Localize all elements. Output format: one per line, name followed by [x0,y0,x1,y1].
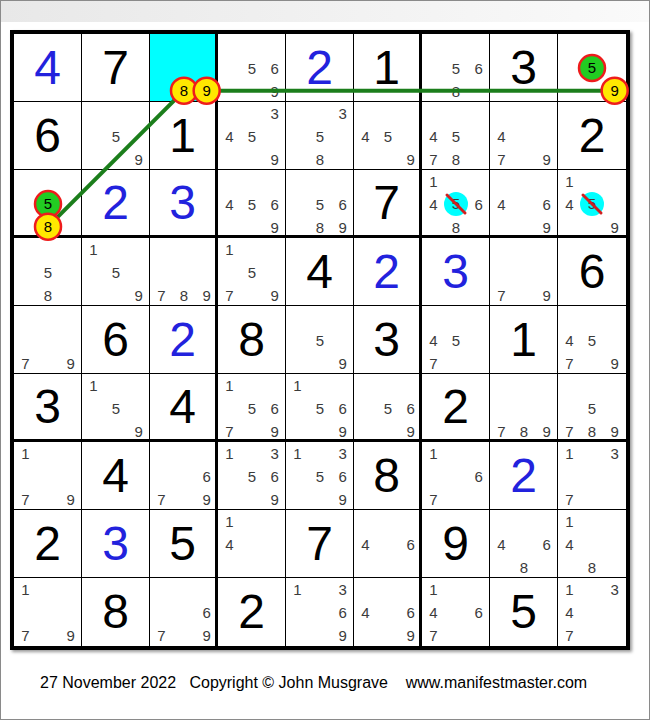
cell-r5c8[interactable]: 1 [490,306,558,374]
pencil-mark: 5 [44,265,52,280]
pencil-mark: 1 [21,446,29,461]
cell-r1c3[interactable]: 89 [150,34,218,102]
pencil-mark: 5 [248,469,256,484]
pencil-mark: 5 [384,401,392,416]
cell-r2c3[interactable]: 1 [150,102,218,170]
pencil-mark: 7 [565,355,573,370]
cell-r8c4[interactable]: 14 [218,510,286,578]
pencil-mark: 8 [520,559,528,574]
pencil-mark: 5 [452,61,460,76]
pencil-mark: 4 [429,197,437,212]
pencil-mark: 3 [338,446,346,461]
pencil-mark: 4 [361,129,369,144]
pencil-mark: 9 [542,287,550,302]
pencil-mark: 4 [225,537,233,552]
pencil-mark: 8 [316,151,324,166]
pencil-mark: 1 [293,378,301,393]
given-digit: 6 [558,238,626,305]
sudoku-page: { "game": "sudoku", "position": "4700210… [0,0,650,720]
pencil-mark: 1 [225,378,233,393]
cell-r8c7[interactable]: 9 [422,510,490,578]
cell-r1c5[interactable]: 2 [286,34,354,102]
pencil-mark: 5 [248,401,256,416]
pencil-mark: 6 [474,61,482,76]
pencil-mark: 8 [452,83,460,98]
pencil-mark: 6 [202,469,210,484]
pencil-mark: 7 [497,151,505,166]
pencil-mark: 5 [588,197,596,212]
pencil-mark: 7 [429,151,437,166]
solved-digit: 2 [490,442,557,509]
pencil-mark: 9 [542,151,550,166]
pencil-mark: 9 [542,219,550,234]
solved-digit: 3 [150,170,215,235]
pencil-mark: 7 [225,423,233,438]
cell-r4c8[interactable]: 79 [490,238,558,306]
cell-r7c2[interactable]: 4 [82,442,150,510]
cell-r9c4[interactable]: 2 [218,578,286,646]
pencil-mark: 5 [248,197,256,212]
cell-r1c7[interactable]: 568 [422,34,490,102]
pencil-mark: 3 [338,582,346,597]
pencil-mark: 6 [270,197,278,212]
pencil-mark: 9 [610,83,618,98]
cell-r4c2[interactable]: 159 [82,238,150,306]
pencil-mark: 9 [338,355,346,370]
pencil-mark: 4 [225,129,233,144]
pencil-mark: 9 [338,491,346,506]
pencil-mark: 1 [429,174,437,189]
pencil-mark: 9 [202,627,210,642]
pencil-mark: 9 [202,83,210,98]
pencil-mark: 1 [293,582,301,597]
pencil-mark: 6 [270,401,278,416]
pencil-mark: 6 [474,197,482,212]
pencil-mark: 1 [21,582,29,597]
given-digit: 2 [422,374,489,439]
pencil-mark: 5 [316,469,324,484]
pencil-mark: 4 [565,333,573,348]
given-digit: 8 [354,442,419,509]
pencil-mark: 1 [225,446,233,461]
pencil-mark: 9 [610,219,618,234]
cell-r1c9[interactable]: 59 [558,34,626,102]
solved-digit: 2 [286,34,353,101]
pencil-mark: 6 [406,605,414,620]
given-digit: 1 [490,306,557,373]
pencil-mark: 6 [542,197,550,212]
cell-r5c4[interactable]: 8 [218,306,286,374]
pencil-mark: 9 [270,423,278,438]
cell-r8c8[interactable]: 468 [490,510,558,578]
pencil-mark: 8 [588,423,596,438]
pencil-mark: 4 [497,537,505,552]
pencil-mark: 8 [520,423,528,438]
pencil-mark: 7 [21,627,29,642]
pencil-mark: 4 [565,605,573,620]
cell-r6c8[interactable]: 789 [490,374,558,442]
pencil-mark: 8 [44,219,52,234]
pencil-mark: 6 [406,401,414,416]
cell-r7c5[interactable]: 13569 [286,442,354,510]
cell-r7c1[interactable]: 179 [14,442,82,510]
cell-r4c4[interactable]: 1579 [218,238,286,306]
given-digit: 6 [82,306,149,373]
pencil-mark: 9 [270,83,278,98]
cell-r3c2[interactable]: 2 [82,170,150,238]
cell-r2c7[interactable]: 4578 [422,102,490,170]
cell-r3c7[interactable]: 14568 [422,170,490,238]
pencil-mark: 7 [225,287,233,302]
pencil-mark: 6 [338,469,346,484]
cell-r3c6[interactable]: 7 [354,170,422,238]
pencil-mark: 9 [202,491,210,506]
pencil-mark: 6 [474,605,482,620]
cell-r7c8[interactable]: 2 [490,442,558,510]
cell-r2c9[interactable]: 2 [558,102,626,170]
cell-r2c1[interactable]: 6 [14,102,82,170]
cell-r3c1[interactable]: 58 [14,170,82,238]
solved-digit: 2 [150,306,215,373]
pencil-mark: 7 [565,491,573,506]
cell-r7c6[interactable]: 8 [354,442,422,510]
pencil-mark: 9 [610,355,618,370]
solved-digit: 2 [82,170,149,235]
given-digit: 8 [218,306,285,373]
cell-r4c9[interactable]: 6 [558,238,626,306]
pencil-mark: 9 [270,491,278,506]
pencil-mark: 5 [452,333,460,348]
cell-r8c3[interactable]: 5 [150,510,218,578]
given-digit: 2 [558,102,626,169]
solved-digit: 4 [14,34,81,101]
pencil-mark: 3 [610,582,618,597]
pencil-mark: 8 [316,219,324,234]
cell-r6c9[interactable]: 5789 [558,374,626,442]
cell-r2c4[interactable]: 3459 [218,102,286,170]
pencil-mark: 9 [338,219,346,234]
pencil-mark: 5 [588,401,596,416]
given-digit: 4 [150,374,215,439]
cell-r7c4[interactable]: 13569 [218,442,286,510]
given-digit: 4 [82,442,149,509]
cell-r4c3[interactable]: 789 [150,238,218,306]
cell-r3c8[interactable]: 469 [490,170,558,238]
pencil-mark: 5 [248,61,256,76]
pencil-mark: 5 [112,401,120,416]
given-digit: 6 [14,102,81,169]
cell-r5c1[interactable]: 79 [14,306,82,374]
cell-r5c7[interactable]: 457 [422,306,490,374]
pencil-mark: 3 [610,446,618,461]
cell-r1c6[interactable]: 1 [354,34,422,102]
cell-r2c2[interactable]: 59 [82,102,150,170]
cell-r3c5[interactable]: 5689 [286,170,354,238]
pencil-mark: 4 [497,197,505,212]
cell-r1c2[interactable]: 7 [82,34,150,102]
pencil-mark: 5 [248,265,256,280]
cell-r5c5[interactable]: 59 [286,306,354,374]
cell-r6c5[interactable]: 1569 [286,374,354,442]
window-top-strip [1,1,649,22]
pencil-mark: 8 [180,287,188,302]
pencil-mark: 1 [565,446,573,461]
given-digit: 3 [354,306,419,373]
cell-r3c9[interactable]: 1459 [558,170,626,238]
cell-r6c2[interactable]: 159 [82,374,150,442]
pencil-mark: 6 [338,401,346,416]
pencil-mark: 5 [112,265,120,280]
pencil-mark: 9 [66,627,74,642]
cell-r8c1[interactable]: 2 [14,510,82,578]
pencil-mark: 4 [497,129,505,144]
pencil-mark: 4 [429,605,437,620]
pencil-mark: 1 [293,446,301,461]
given-digit: 1 [150,102,215,169]
pencil-mark: 9 [270,287,278,302]
pencil-mark: 4 [225,197,233,212]
given-digit: 5 [150,510,215,577]
pencil-mark: 9 [134,151,142,166]
cell-r9c3[interactable]: 679 [150,578,218,646]
pencil-mark: 7 [565,423,573,438]
cell-r5c9[interactable]: 4579 [558,306,626,374]
cell-r8c2[interactable]: 3 [82,510,150,578]
pencil-mark: 9 [406,423,414,438]
cell-r4c6[interactable]: 2 [354,238,422,306]
pencil-mark: 5 [588,333,596,348]
given-digit: 9 [422,510,489,577]
cell-r6c1[interactable]: 3 [14,374,82,442]
cell-r7c3[interactable]: 679 [150,442,218,510]
cell-r7c9[interactable]: 137 [558,442,626,510]
pencil-mark: 6 [542,537,550,552]
given-digit: 2 [14,510,81,577]
given-digit: 3 [14,374,81,439]
pencil-mark: 1 [89,242,97,257]
pencil-mark: 1 [89,378,97,393]
pencil-mark: 1 [429,582,437,597]
cell-r9c9[interactable]: 1347 [558,578,626,646]
cell-r5c2[interactable]: 6 [82,306,150,374]
pencil-mark: 5 [112,129,120,144]
pencil-mark: 7 [157,287,165,302]
cell-r4c7[interactable]: 3 [422,238,490,306]
pencil-mark: 9 [338,423,346,438]
pencil-mark: 8 [452,151,460,166]
pencil-mark: 1 [565,514,573,529]
given-digit: 8 [82,578,149,646]
pencil-mark: 7 [21,491,29,506]
pencil-mark: 9 [610,423,618,438]
cell-r1c4[interactable]: 569 [218,34,286,102]
pencil-mark: 9 [134,423,142,438]
pencil-mark: 5 [248,129,256,144]
cell-r8c6[interactable]: 46 [354,510,422,578]
given-digit: 4 [286,238,353,305]
cell-r2c6[interactable]: 459 [354,102,422,170]
pencil-mark: 9 [406,151,414,166]
pencil-mark: 5 [44,197,52,212]
cell-r6c4[interactable]: 15679 [218,374,286,442]
given-digit: 7 [82,34,149,101]
given-digit: 2 [218,578,285,646]
cell-r4c5[interactable]: 4 [286,238,354,306]
pencil-mark: 9 [338,627,346,642]
cell-r7c7[interactable]: 167 [422,442,490,510]
pencil-mark: 5 [316,129,324,144]
pencil-mark: 9 [134,287,142,302]
solved-digit: 2 [354,238,419,305]
pencil-mark: 7 [497,423,505,438]
given-digit: 7 [286,510,353,577]
pencil-mark: 8 [452,219,460,234]
cell-r6c6[interactable]: 569 [354,374,422,442]
cell-r1c8[interactable]: 3 [490,34,558,102]
pencil-mark: 5 [316,197,324,212]
pencil-mark: 9 [406,627,414,642]
footer-caption: 27 November 2022 Copyright © John Musgra… [40,674,587,692]
pencil-mark: 4 [361,537,369,552]
pencil-mark: 7 [157,627,165,642]
pencil-mark: 4 [565,197,573,212]
pencil-mark: 7 [21,355,29,370]
pencil-mark: 7 [157,491,165,506]
pencil-mark: 5 [452,129,460,144]
pencil-mark: 7 [429,491,437,506]
pencil-mark: 1 [565,174,573,189]
solved-digit: 3 [82,510,149,577]
given-digit: 5 [490,578,557,646]
given-digit: 1 [354,34,419,101]
cell-r9c1[interactable]: 179 [14,578,82,646]
pencil-mark: 5 [588,61,596,76]
pencil-mark: 4 [565,537,573,552]
pencil-mark: 5 [316,401,324,416]
pencil-mark: 4 [361,605,369,620]
cell-r5c6[interactable]: 3 [354,306,422,374]
pencil-mark: 1 [225,242,233,257]
pencil-mark: 7 [429,355,437,370]
pencil-mark: 6 [406,537,414,552]
pencil-mark: 4 [429,333,437,348]
pencil-mark: 9 [66,491,74,506]
cell-r2c8[interactable]: 479 [490,102,558,170]
cell-r6c7[interactable]: 2 [422,374,490,442]
pencil-mark: 1 [565,582,573,597]
pencil-mark: 9 [270,219,278,234]
cell-r5c3[interactable]: 2 [150,306,218,374]
pencil-mark: 1 [429,446,437,461]
pencil-mark: 9 [202,287,210,302]
pencil-mark: 5 [452,197,460,212]
pencil-mark: 8 [180,83,188,98]
pencil-mark: 8 [44,287,52,302]
pencil-mark: 6 [338,605,346,620]
pencil-mark: 3 [270,446,278,461]
cell-r3c3[interactable]: 3 [150,170,218,238]
cell-r8c5[interactable]: 7 [286,510,354,578]
cell-r9c2[interactable]: 8 [82,578,150,646]
cell-r9c6[interactable]: 469 [354,578,422,646]
cell-r9c8[interactable]: 5 [490,578,558,646]
pencil-mark: 3 [338,106,346,121]
given-digit: 7 [354,170,419,235]
cell-r6c3[interactable]: 4 [150,374,218,442]
cell-r9c7[interactable]: 1467 [422,578,490,646]
pencil-mark: 3 [270,106,278,121]
pencil-mark: 4 [429,129,437,144]
pencil-mark: 6 [270,469,278,484]
solved-digit: 3 [422,238,489,305]
pencil-mark: 6 [338,197,346,212]
pencil-mark: 1 [225,514,233,529]
pencil-mark: 8 [588,559,596,574]
given-digit: 3 [490,34,557,101]
sudoku-board[interactable]: 4789569215683596591345935845945784792582… [10,30,630,650]
cell-r1c1[interactable]: 4 [14,34,82,102]
cell-r3c4[interactable]: 4569 [218,170,286,238]
cell-r8c9[interactable]: 148 [558,510,626,578]
pencil-mark: 6 [270,61,278,76]
pencil-mark: 7 [497,287,505,302]
pencil-mark: 9 [270,151,278,166]
pencil-mark: 6 [202,605,210,620]
pencil-mark: 7 [429,627,437,642]
cell-r9c5[interactable]: 1369 [286,578,354,646]
pencil-mark: 9 [66,355,74,370]
cell-r2c5[interactable]: 358 [286,102,354,170]
cell-r4c1[interactable]: 58 [14,238,82,306]
pencil-mark: 7 [565,627,573,642]
pencil-mark: 9 [542,423,550,438]
pencil-mark: 6 [474,469,482,484]
pencil-mark: 5 [316,333,324,348]
pencil-mark: 5 [384,129,392,144]
